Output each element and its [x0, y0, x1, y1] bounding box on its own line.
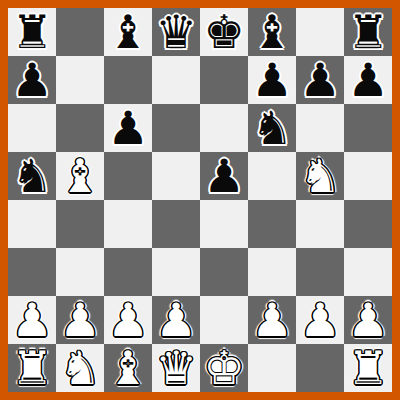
square-h8[interactable]: ♜ [344, 8, 392, 56]
white-pawn[interactable]: ♟ [299, 296, 340, 344]
black-bishop[interactable]: ♝ [107, 8, 148, 56]
square-f4[interactable] [248, 200, 296, 248]
square-b8[interactable] [56, 8, 104, 56]
square-g7[interactable]: ♟ [296, 56, 344, 104]
square-c7[interactable] [104, 56, 152, 104]
square-c6[interactable]: ♟ [104, 104, 152, 152]
square-b4[interactable] [56, 200, 104, 248]
square-d5[interactable] [152, 152, 200, 200]
white-pawn[interactable]: ♟ [251, 296, 292, 344]
square-c2[interactable]: ♟ [104, 296, 152, 344]
square-a2[interactable]: ♟ [8, 296, 56, 344]
black-pawn[interactable]: ♟ [11, 56, 52, 104]
square-c8[interactable]: ♝ [104, 8, 152, 56]
square-a6[interactable] [8, 104, 56, 152]
black-king[interactable]: ♚ [203, 8, 244, 56]
square-f1[interactable] [248, 344, 296, 392]
square-g6[interactable] [296, 104, 344, 152]
square-h4[interactable] [344, 200, 392, 248]
black-knight[interactable]: ♞ [251, 104, 292, 152]
square-c3[interactable] [104, 248, 152, 296]
square-f5[interactable] [248, 152, 296, 200]
black-pawn[interactable]: ♟ [347, 56, 388, 104]
square-d7[interactable] [152, 56, 200, 104]
white-bishop[interactable]: ♝ [107, 344, 148, 392]
square-f6[interactable]: ♞ [248, 104, 296, 152]
square-c4[interactable] [104, 200, 152, 248]
square-d1[interactable]: ♛ [152, 344, 200, 392]
square-f7[interactable]: ♟ [248, 56, 296, 104]
square-h6[interactable] [344, 104, 392, 152]
square-a3[interactable] [8, 248, 56, 296]
square-b5[interactable]: ♝ [56, 152, 104, 200]
square-c5[interactable] [104, 152, 152, 200]
square-a8[interactable]: ♜ [8, 8, 56, 56]
square-e3[interactable] [200, 248, 248, 296]
white-knight[interactable]: ♞ [59, 344, 100, 392]
square-h7[interactable]: ♟ [344, 56, 392, 104]
square-e8[interactable]: ♚ [200, 8, 248, 56]
square-f8[interactable]: ♝ [248, 8, 296, 56]
square-g2[interactable]: ♟ [296, 296, 344, 344]
white-bishop[interactable]: ♝ [59, 152, 100, 200]
square-e5[interactable]: ♟ [200, 152, 248, 200]
square-e6[interactable] [200, 104, 248, 152]
black-knight[interactable]: ♞ [11, 152, 52, 200]
square-h1[interactable]: ♜ [344, 344, 392, 392]
square-e7[interactable] [200, 56, 248, 104]
white-pawn[interactable]: ♟ [11, 296, 52, 344]
black-bishop[interactable]: ♝ [251, 8, 292, 56]
square-a1[interactable]: ♜ [8, 344, 56, 392]
chess-board-frame: ♜♝♛♚♝♜♟♟♟♟♟♞♞♝♟♞♟♟♟♟♟♟♟♜♞♝♛♚♜ [0, 0, 400, 400]
white-knight[interactable]: ♞ [299, 152, 340, 200]
black-pawn[interactable]: ♟ [251, 56, 292, 104]
square-g1[interactable] [296, 344, 344, 392]
square-b2[interactable]: ♟ [56, 296, 104, 344]
square-g3[interactable] [296, 248, 344, 296]
square-h5[interactable] [344, 152, 392, 200]
square-a4[interactable] [8, 200, 56, 248]
white-queen[interactable]: ♛ [155, 344, 196, 392]
square-g8[interactable] [296, 8, 344, 56]
square-f3[interactable] [248, 248, 296, 296]
square-b1[interactable]: ♞ [56, 344, 104, 392]
square-g5[interactable]: ♞ [296, 152, 344, 200]
square-b6[interactable] [56, 104, 104, 152]
white-pawn[interactable]: ♟ [155, 296, 196, 344]
square-g4[interactable] [296, 200, 344, 248]
black-pawn[interactable]: ♟ [203, 152, 244, 200]
white-pawn[interactable]: ♟ [347, 296, 388, 344]
square-d6[interactable] [152, 104, 200, 152]
square-e1[interactable]: ♚ [200, 344, 248, 392]
white-pawn[interactable]: ♟ [107, 296, 148, 344]
square-h2[interactable]: ♟ [344, 296, 392, 344]
square-a7[interactable]: ♟ [8, 56, 56, 104]
square-d2[interactable]: ♟ [152, 296, 200, 344]
square-b3[interactable] [56, 248, 104, 296]
square-a5[interactable]: ♞ [8, 152, 56, 200]
black-rook[interactable]: ♜ [11, 8, 52, 56]
black-pawn[interactable]: ♟ [107, 104, 148, 152]
square-c1[interactable]: ♝ [104, 344, 152, 392]
square-b7[interactable] [56, 56, 104, 104]
white-king[interactable]: ♚ [203, 344, 244, 392]
black-rook[interactable]: ♜ [347, 8, 388, 56]
square-d4[interactable] [152, 200, 200, 248]
square-e4[interactable] [200, 200, 248, 248]
white-rook[interactable]: ♜ [347, 344, 388, 392]
black-pawn[interactable]: ♟ [299, 56, 340, 104]
chess-board: ♜♝♛♚♝♜♟♟♟♟♟♞♞♝♟♞♟♟♟♟♟♟♟♜♞♝♛♚♜ [8, 8, 392, 392]
square-h3[interactable] [344, 248, 392, 296]
black-queen[interactable]: ♛ [155, 8, 196, 56]
white-rook[interactable]: ♜ [11, 344, 52, 392]
square-d8[interactable]: ♛ [152, 8, 200, 56]
square-f2[interactable]: ♟ [248, 296, 296, 344]
square-e2[interactable] [200, 296, 248, 344]
white-pawn[interactable]: ♟ [59, 296, 100, 344]
square-d3[interactable] [152, 248, 200, 296]
